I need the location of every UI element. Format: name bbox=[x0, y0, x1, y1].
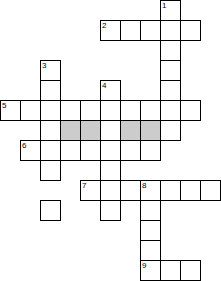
cell-r12-c7[interactable] bbox=[140, 240, 161, 261]
cell-r7-c3[interactable] bbox=[60, 140, 81, 161]
cell-r4-c8[interactable] bbox=[160, 80, 181, 101]
cell-r5-c9[interactable] bbox=[180, 100, 201, 121]
cell-r8-c2[interactable] bbox=[40, 160, 61, 181]
cell-r8-c5[interactable] bbox=[100, 160, 121, 181]
cell-r4-c5[interactable]: 4 bbox=[100, 80, 121, 101]
cell-r9-c10[interactable] bbox=[200, 180, 221, 201]
cell-r4-c2[interactable] bbox=[40, 80, 61, 101]
cell-r1-c9[interactable] bbox=[180, 20, 201, 41]
cell-r11-c7[interactable] bbox=[140, 220, 161, 241]
cell-r6-c2[interactable] bbox=[40, 120, 61, 141]
cell-r0-c8[interactable]: 1 bbox=[160, 0, 181, 21]
cell-r5-c2[interactable] bbox=[40, 100, 61, 121]
cell-r13-c9[interactable] bbox=[180, 260, 201, 281]
cell-r6-c4 bbox=[80, 120, 101, 141]
cell-r6-c5[interactable] bbox=[100, 120, 121, 141]
cell-r2-c8[interactable] bbox=[160, 40, 181, 61]
cell-r13-c7[interactable]: 9 bbox=[140, 260, 161, 281]
cell-r9-c4[interactable]: 7 bbox=[80, 180, 101, 201]
cell-r6-c6 bbox=[120, 120, 141, 141]
cell-r9-c9[interactable] bbox=[180, 180, 201, 201]
clue-number-9: 9 bbox=[142, 261, 146, 270]
cell-r7-c2[interactable] bbox=[40, 140, 61, 161]
clue-number-2: 2 bbox=[102, 21, 106, 30]
cell-r6-c3 bbox=[60, 120, 81, 141]
cell-r5-c3[interactable] bbox=[60, 100, 81, 121]
cell-r5-c0[interactable]: 5 bbox=[0, 100, 21, 121]
cell-r5-c5[interactable] bbox=[100, 100, 121, 121]
cell-r10-c5[interactable] bbox=[100, 200, 121, 221]
cell-r10-c7[interactable] bbox=[140, 200, 161, 221]
clue-number-8: 8 bbox=[142, 181, 146, 190]
cell-r5-c7[interactable] bbox=[140, 100, 161, 121]
cell-r1-c5[interactable]: 2 bbox=[100, 20, 121, 41]
cell-r6-c8[interactable] bbox=[160, 120, 181, 141]
clue-number-3: 3 bbox=[42, 61, 46, 70]
cell-r7-c7[interactable] bbox=[140, 140, 161, 161]
clue-number-1: 1 bbox=[162, 1, 166, 10]
cell-r3-c2[interactable]: 3 bbox=[40, 60, 61, 81]
cell-r9-c8[interactable] bbox=[160, 180, 181, 201]
cell-r1-c6[interactable] bbox=[120, 20, 141, 41]
cell-r9-c5[interactable] bbox=[100, 180, 121, 201]
cell-r9-c7[interactable]: 8 bbox=[140, 180, 161, 201]
cell-r3-c8[interactable] bbox=[160, 60, 181, 81]
cell-r7-c6[interactable] bbox=[120, 140, 141, 161]
cell-r7-c1[interactable]: 6 bbox=[20, 140, 41, 161]
clue-number-7: 7 bbox=[82, 181, 86, 190]
cell-r5-c8[interactable] bbox=[160, 100, 181, 121]
cell-r5-c6[interactable] bbox=[120, 100, 141, 121]
cell-r1-c7[interactable] bbox=[140, 20, 161, 41]
cell-r5-c4[interactable] bbox=[80, 100, 101, 121]
crossword-grid: 123456789 bbox=[0, 0, 221, 281]
cell-r10-c2[interactable] bbox=[40, 200, 61, 221]
cell-r5-c1[interactable] bbox=[20, 100, 41, 121]
cell-r6-c7 bbox=[140, 120, 161, 141]
clue-number-5: 5 bbox=[2, 101, 6, 110]
cell-r13-c8[interactable] bbox=[160, 260, 181, 281]
cell-r9-c6[interactable] bbox=[120, 180, 141, 201]
clue-number-4: 4 bbox=[102, 81, 106, 90]
cell-r7-c4[interactable] bbox=[80, 140, 101, 161]
clue-number-6: 6 bbox=[22, 141, 26, 150]
cell-r1-c8[interactable] bbox=[160, 20, 181, 41]
cell-r7-c5[interactable] bbox=[100, 140, 121, 161]
